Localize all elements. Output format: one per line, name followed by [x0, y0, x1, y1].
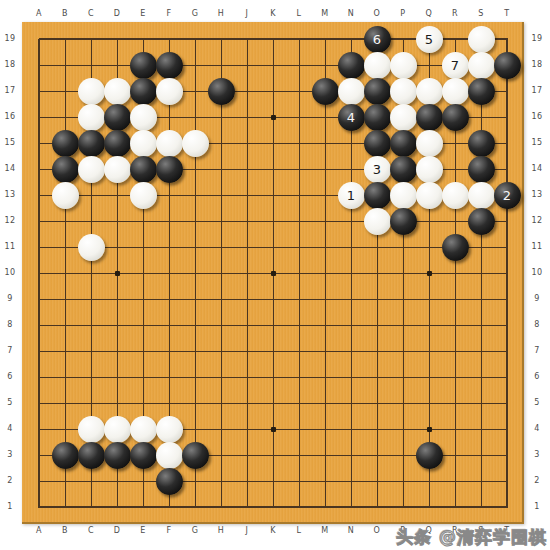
column-label-top: R: [445, 9, 465, 19]
stone-black: [104, 130, 131, 157]
stone-black: [364, 182, 391, 209]
grid-line-horizontal: [39, 481, 508, 482]
stone-black: [182, 442, 209, 469]
move-number: 1: [347, 189, 355, 202]
grid-line-horizontal: [39, 403, 508, 404]
stone-black: [442, 234, 469, 261]
row-label-left: 17: [0, 86, 20, 96]
grid-line-horizontal: [39, 325, 508, 326]
stone-black: [468, 208, 495, 235]
stone-white: [390, 78, 417, 105]
stone-white: [104, 78, 131, 105]
stone-black: [208, 78, 235, 105]
stone-black: [156, 468, 183, 495]
grid-line-vertical: [299, 39, 300, 508]
stone-black: 2: [494, 182, 521, 209]
column-label-bottom: D: [107, 526, 127, 536]
row-label-left: 1: [0, 502, 20, 512]
stone-black: [416, 104, 443, 131]
stone-white: [442, 78, 469, 105]
move-number: 5: [425, 33, 433, 46]
stone-white: [416, 156, 443, 183]
row-label-left: 15: [0, 138, 20, 148]
stone-black: [104, 442, 131, 469]
column-label-bottom: B: [55, 526, 75, 536]
stone-white: [364, 208, 391, 235]
stone-white: [156, 442, 183, 469]
stone-black: [130, 442, 157, 469]
watermark: 头条 @清弈学围棋: [396, 526, 547, 549]
column-label-top: C: [81, 9, 101, 19]
stone-black: [390, 208, 417, 235]
stone-white: [104, 416, 131, 443]
row-label-left: 19: [0, 34, 20, 44]
move-number: 7: [451, 59, 459, 72]
stone-black: [390, 156, 417, 183]
column-label-bottom: G: [185, 526, 205, 536]
column-label-top: F: [159, 9, 179, 19]
row-label-left: 12: [0, 216, 20, 226]
grid-line-vertical: [506, 39, 508, 508]
stone-black: [416, 442, 443, 469]
row-label-left: 2: [0, 476, 20, 486]
row-label-left: 16: [0, 112, 20, 122]
column-label-top: M: [315, 9, 335, 19]
column-label-bottom: A: [29, 526, 49, 536]
stone-white: [468, 182, 495, 209]
stone-white: [78, 104, 105, 131]
grid-line-horizontal: [39, 377, 508, 378]
grid-line-horizontal: [39, 299, 508, 300]
stone-black: [468, 78, 495, 105]
stone-black: [52, 442, 79, 469]
row-label-left: 9: [0, 294, 20, 304]
column-label-top: Q: [419, 9, 439, 19]
column-label-bottom: H: [211, 526, 231, 536]
column-label-bottom: J: [237, 526, 257, 536]
stone-white: [78, 156, 105, 183]
stone-black: [104, 104, 131, 131]
row-label-right: 19: [527, 34, 547, 44]
row-label-right: 18: [527, 60, 547, 70]
stone-black: [364, 104, 391, 131]
row-label-right: 11: [527, 242, 547, 252]
stone-black: [338, 52, 365, 79]
row-label-right: 5: [527, 398, 547, 408]
stone-white: 1: [338, 182, 365, 209]
row-label-right: 4: [527, 424, 547, 434]
stone-black: 4: [338, 104, 365, 131]
stone-white: [390, 182, 417, 209]
grid-line-horizontal: [39, 506, 508, 508]
column-label-bottom: M: [315, 526, 335, 536]
column-label-top: T: [497, 9, 517, 19]
stone-white: 5: [416, 26, 443, 53]
stone-black: [390, 130, 417, 157]
stone-black: [364, 130, 391, 157]
row-label-right: 8: [527, 320, 547, 330]
column-label-top: G: [185, 9, 205, 19]
stone-white: [468, 26, 495, 53]
stone-white: [156, 130, 183, 157]
stone-black: [78, 130, 105, 157]
stone-black: [494, 52, 521, 79]
stone-black: [78, 442, 105, 469]
move-number: 6: [373, 33, 381, 46]
row-label-left: 7: [0, 346, 20, 356]
column-label-top: K: [263, 9, 283, 19]
column-label-top: H: [211, 9, 231, 19]
stone-white: [130, 104, 157, 131]
column-label-top: A: [29, 9, 49, 19]
column-label-bottom: L: [289, 526, 309, 536]
stone-black: [468, 156, 495, 183]
row-label-right: 13: [527, 190, 547, 200]
row-label-left: 14: [0, 164, 20, 174]
stone-black: 6: [364, 26, 391, 53]
column-label-bottom: E: [133, 526, 153, 536]
stone-white: [78, 78, 105, 105]
stone-black: [130, 78, 157, 105]
column-label-top: L: [289, 9, 309, 19]
column-label-bottom: F: [159, 526, 179, 536]
row-label-right: 14: [527, 164, 547, 174]
row-label-left: 13: [0, 190, 20, 200]
column-label-top: J: [237, 9, 257, 19]
stone-white: 7: [442, 52, 469, 79]
stone-white: [468, 52, 495, 79]
row-label-left: 5: [0, 398, 20, 408]
row-label-left: 18: [0, 60, 20, 70]
move-number: 4: [347, 111, 355, 124]
stone-black: [52, 130, 79, 157]
stone-white: [78, 416, 105, 443]
column-label-top: S: [471, 9, 491, 19]
move-number: 3: [373, 163, 381, 176]
stone-white: [416, 182, 443, 209]
stone-black: [156, 52, 183, 79]
stone-black: [130, 156, 157, 183]
stone-white: [182, 130, 209, 157]
row-label-right: 6: [527, 372, 547, 382]
column-label-top: D: [107, 9, 127, 19]
column-label-bottom: N: [341, 526, 361, 536]
stone-black: [52, 156, 79, 183]
stone-white: [390, 104, 417, 131]
column-label-bottom: C: [81, 526, 101, 536]
star-point: [427, 427, 432, 432]
stone-white: [156, 416, 183, 443]
row-label-left: 3: [0, 450, 20, 460]
stone-white: [156, 78, 183, 105]
stone-black: [156, 156, 183, 183]
row-label-right: 15: [527, 138, 547, 148]
stone-white: [104, 156, 131, 183]
stone-white: [130, 182, 157, 209]
stone-white: [78, 234, 105, 261]
stone-black: [364, 78, 391, 105]
grid-line-horizontal: [39, 351, 508, 352]
column-label-top: B: [55, 9, 75, 19]
stone-white: [390, 52, 417, 79]
row-label-left: 11: [0, 242, 20, 252]
stone-black: [130, 52, 157, 79]
row-label-right: 10: [527, 268, 547, 278]
stone-white: [130, 416, 157, 443]
column-label-top: O: [367, 9, 387, 19]
stone-white: [416, 78, 443, 105]
stone-white: [442, 182, 469, 209]
stone-white: 3: [364, 156, 391, 183]
column-label-bottom: O: [367, 526, 387, 536]
row-label-left: 4: [0, 424, 20, 434]
row-label-right: 7: [527, 346, 547, 356]
go-diagram: 6574312 头条 @清弈学围棋 AABBCCDDEEFFGGHHJJKKLL…: [0, 0, 550, 550]
stone-white: [416, 130, 443, 157]
row-label-right: 17: [527, 86, 547, 96]
star-point: [271, 427, 276, 432]
column-label-top: P: [393, 9, 413, 19]
row-label-left: 6: [0, 372, 20, 382]
star-point: [271, 271, 276, 276]
stone-white: [52, 182, 79, 209]
row-label-left: 8: [0, 320, 20, 330]
row-label-right: 3: [527, 450, 547, 460]
row-label-right: 9: [527, 294, 547, 304]
row-label-right: 1: [527, 502, 547, 512]
column-label-top: N: [341, 9, 361, 19]
star-point: [271, 115, 276, 120]
stone-black: [468, 130, 495, 157]
star-point: [427, 271, 432, 276]
column-label-top: E: [133, 9, 153, 19]
stone-black: [312, 78, 339, 105]
row-label-right: 2: [527, 476, 547, 486]
stone-white: [364, 52, 391, 79]
row-label-left: 10: [0, 268, 20, 278]
star-point: [115, 271, 120, 276]
grid-line-vertical: [325, 39, 326, 508]
move-number: 2: [503, 189, 511, 202]
row-label-right: 12: [527, 216, 547, 226]
stone-white: [130, 130, 157, 157]
grid-line-vertical: [481, 39, 482, 508]
stone-black: [442, 104, 469, 131]
stone-white: [338, 78, 365, 105]
column-label-bottom: K: [263, 526, 283, 536]
row-label-right: 16: [527, 112, 547, 122]
go-board: 6574312: [22, 22, 524, 524]
